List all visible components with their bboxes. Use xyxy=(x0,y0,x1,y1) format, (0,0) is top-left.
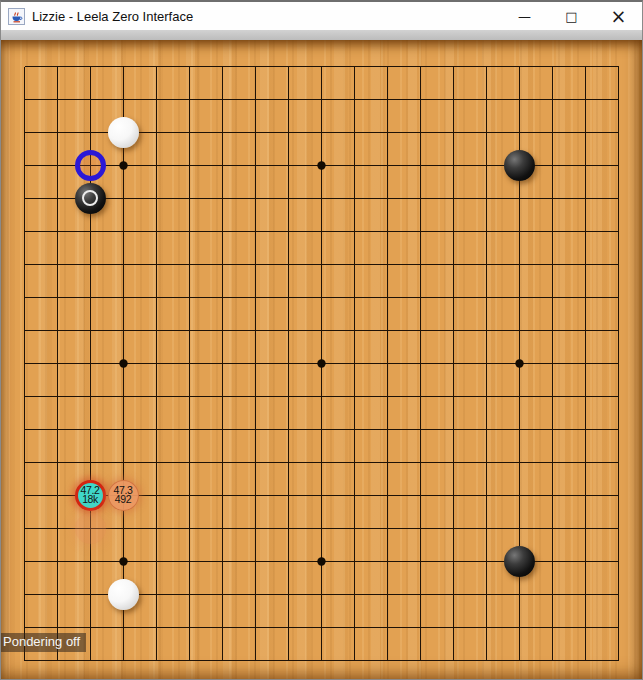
maximize-button[interactable]: □ xyxy=(548,2,595,30)
stone-white-D3 xyxy=(108,579,139,610)
status-pondering: Pondering off xyxy=(1,633,86,652)
close-button[interactable]: × xyxy=(595,2,642,30)
stone-black-C15 xyxy=(75,183,106,214)
lizzie-window: Lizzie - Leela Zero Interface — □ × 47.2… xyxy=(0,0,643,680)
candidate-move-D6[interactable]: 47.3492 xyxy=(108,480,139,511)
candidate-move-C6[interactable]: 47.218k xyxy=(75,480,106,511)
stone-black-Q16 xyxy=(504,150,535,181)
java-coffee-cup-icon[interactable] xyxy=(8,8,25,25)
window-controls: — □ × xyxy=(501,2,642,30)
minimize-button[interactable]: — xyxy=(501,2,548,30)
titlebar-gray-strip xyxy=(1,30,642,40)
next-move-circle-C16[interactable] xyxy=(75,150,106,181)
stones-layer: 47.218k47.3492 xyxy=(8,50,635,677)
close-icon: × xyxy=(611,5,627,27)
last-move-marker xyxy=(82,190,98,206)
window-title: Lizzie - Leela Zero Interface xyxy=(32,9,193,24)
go-board[interactable]: 47.218k47.3492 Pondering off xyxy=(1,40,643,680)
minimize-icon: — xyxy=(518,9,531,24)
title-bar[interactable]: Lizzie - Leela Zero Interface — □ × xyxy=(1,2,642,30)
candidate-visits: 18k xyxy=(82,495,98,505)
stone-black-Q4 xyxy=(504,546,535,577)
candidate-move-C5[interactable] xyxy=(75,513,106,544)
candidate-visits: 492 xyxy=(115,495,131,505)
stone-white-D17 xyxy=(108,117,139,148)
maximize-icon: □ xyxy=(565,9,577,24)
